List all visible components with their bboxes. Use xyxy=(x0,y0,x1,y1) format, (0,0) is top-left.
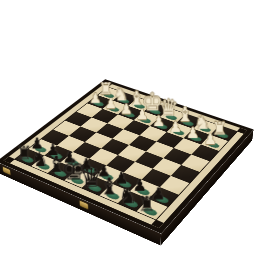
board-top-face: hh11gg22ff33ee44dd55cc66bb77aa88 ♜♞♝♛♚♝♞… xyxy=(0,79,254,234)
pieces-layer: ♜♞♝♛♚♝♞♜♟♟♟♟♟♟♟♟♟♟♟♟♟♟♟♟♜♞♝♛♚♝♞♜ xyxy=(15,87,236,219)
chess-board-box: hh11gg22ff33ee44dd55cc66bb77aa88 ♜♞♝♛♚♝♞… xyxy=(0,79,254,234)
brass-clasp-icon xyxy=(3,167,11,175)
piece-glyph: ♟ xyxy=(194,132,226,147)
chess-set-photo: hh11gg22ff33ee44dd55cc66bb77aa88 ♜♞♝♛♚♝♞… xyxy=(0,0,265,265)
brass-clasp-icon xyxy=(80,201,88,210)
piece-glyph: ♜ xyxy=(129,194,165,214)
